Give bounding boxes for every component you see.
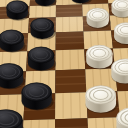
checkers-board-scene [0,0,128,128]
checker-piece-black[interactable] [30,18,55,40]
checker-piece-white[interactable] [112,0,128,18]
checker-piece-black[interactable] [22,83,54,111]
checker-piece-black[interactable] [6,0,29,20]
board-svg [0,0,128,128]
checker-piece-black[interactable] [0,30,26,53]
checker-piece-white[interactable] [85,85,117,113]
checker-piece-white[interactable] [86,45,114,69]
checker-piece-black[interactable] [28,47,56,72]
checker-piece-white[interactable] [114,23,128,45]
checker-piece-white[interactable] [111,59,128,85]
checker-piece-white[interactable] [87,8,111,29]
